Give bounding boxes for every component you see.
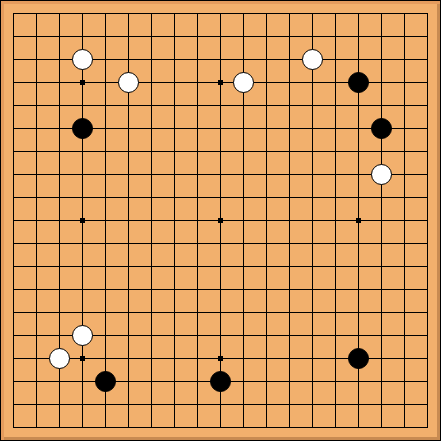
star-point [80,218,85,223]
white-stone [72,49,93,70]
board-grid[interactable] [13,13,428,428]
star-point [80,356,85,361]
black-stone [95,371,116,392]
black-stone [371,118,392,139]
black-stone [348,72,369,93]
black-stone [72,118,93,139]
white-stone [118,72,139,93]
star-point [218,80,223,85]
go-board[interactable] [0,0,441,441]
white-stone [49,348,70,369]
star-point [80,80,85,85]
star-point [356,218,361,223]
white-stone [302,49,323,70]
black-stone [348,348,369,369]
white-stone [233,72,254,93]
white-stone [371,164,392,185]
star-point [218,218,223,223]
black-stone [210,371,231,392]
star-point [218,356,223,361]
white-stone [72,325,93,346]
